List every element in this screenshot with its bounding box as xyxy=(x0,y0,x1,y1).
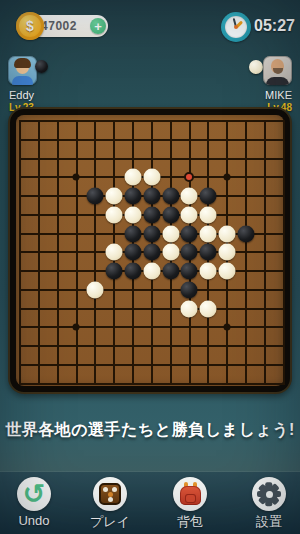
player-left-avatar[interactable] xyxy=(8,56,37,85)
player-left-stone-icon xyxy=(35,60,48,73)
black-stone xyxy=(200,244,217,261)
red-dot-marker xyxy=(184,172,194,182)
white-stone xyxy=(162,225,179,242)
white-stone xyxy=(124,206,141,223)
white-stone xyxy=(219,244,236,261)
black-stone xyxy=(162,188,179,205)
white-stone xyxy=(200,263,217,280)
black-stone xyxy=(124,244,141,261)
promo-banner-text: 世界各地の選手たちと勝負しましょう! xyxy=(0,420,300,441)
avatar-beard xyxy=(273,68,283,74)
avatar-shirt xyxy=(266,77,289,85)
bag-label: 背包 xyxy=(154,513,226,531)
white-stone xyxy=(181,206,198,223)
game-board[interactable] xyxy=(19,120,285,385)
gear-icon xyxy=(257,482,281,506)
settings-label: 設置 xyxy=(237,513,300,531)
black-stone xyxy=(181,225,198,242)
white-stone xyxy=(162,244,179,261)
black-stone xyxy=(124,225,141,242)
settings-button[interactable]: 設置 xyxy=(237,477,300,531)
black-stone xyxy=(200,188,217,205)
undo-label: Undo xyxy=(2,513,66,528)
player-right-avatar[interactable] xyxy=(263,56,292,85)
white-stone xyxy=(105,188,122,205)
white-stone xyxy=(200,225,217,242)
black-stone xyxy=(143,225,160,242)
black-stone xyxy=(124,188,141,205)
player-left-name: Eddy xyxy=(9,89,34,101)
timer-text: 05:27 xyxy=(254,17,295,35)
avatar-hair xyxy=(14,58,31,68)
black-stone xyxy=(124,263,141,280)
black-stone xyxy=(181,263,198,280)
white-stone xyxy=(105,244,122,261)
white-stone xyxy=(143,169,160,186)
coin-icon: $ xyxy=(16,12,44,40)
black-stone xyxy=(87,188,104,205)
black-stone xyxy=(105,263,122,280)
game-screen: 47002 + $ 05:27 Eddy Lv.23 MIKE Lv.48 世界… xyxy=(0,0,300,534)
play-label: プレイ xyxy=(74,513,146,531)
play-button[interactable]: プレイ xyxy=(74,477,146,531)
white-stone xyxy=(200,206,217,223)
black-stone xyxy=(181,281,198,298)
undo-arrow-icon: ↺ xyxy=(23,479,46,509)
black-stone xyxy=(143,244,160,261)
white-stone xyxy=(200,300,217,317)
star-point xyxy=(73,174,80,181)
board-panel xyxy=(8,107,292,394)
white-stone xyxy=(124,169,141,186)
black-stone xyxy=(181,244,198,261)
avatar-shirt xyxy=(12,76,33,85)
black-stone xyxy=(143,206,160,223)
black-stone xyxy=(162,263,179,280)
star-point xyxy=(73,324,80,331)
white-stone xyxy=(219,225,236,242)
star-point xyxy=(224,324,231,331)
backpack-icon xyxy=(180,482,201,506)
clock-pin xyxy=(234,25,238,29)
bag-button-circle[interactable] xyxy=(173,477,207,511)
undo-button[interactable]: ↺ Undo xyxy=(2,477,66,528)
play-button-circle[interactable] xyxy=(93,477,127,511)
white-stone xyxy=(143,263,160,280)
white-stone xyxy=(87,281,104,298)
add-coins-button[interactable]: + xyxy=(90,18,106,34)
settings-button-circle[interactable] xyxy=(252,477,286,511)
undo-button-circle[interactable]: ↺ xyxy=(17,477,51,511)
white-stone xyxy=(181,188,198,205)
player-right-stone-icon xyxy=(249,60,263,74)
white-stone xyxy=(181,300,198,317)
bottom-toolbar: ↺ Undo プレイ xyxy=(0,472,300,534)
player-right-name: MIKE xyxy=(265,89,292,101)
bag-button[interactable]: 背包 xyxy=(154,477,226,531)
clock-icon xyxy=(221,12,251,42)
board-field xyxy=(16,115,284,386)
dice-icon xyxy=(99,483,121,505)
star-point xyxy=(224,174,231,181)
black-stone xyxy=(143,188,160,205)
black-stone xyxy=(237,225,254,242)
white-stone xyxy=(219,263,236,280)
black-stone xyxy=(162,206,179,223)
white-stone xyxy=(105,206,122,223)
